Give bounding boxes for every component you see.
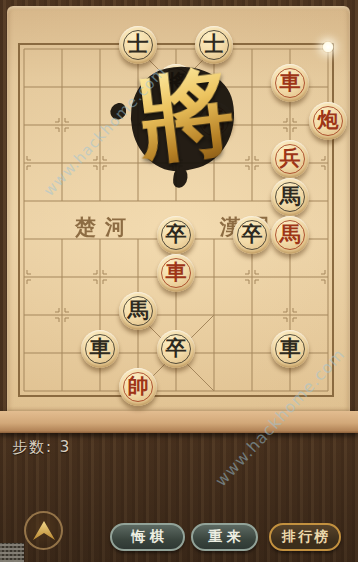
last-move-marker [322, 41, 334, 53]
piece-black-d3[interactable]: 馬 [119, 292, 157, 330]
piece-glyph: 卒 [242, 224, 263, 245]
check-announcement: 將 [127, 52, 245, 182]
piece-glyph: 車 [280, 338, 301, 359]
piece-glyph: 馬 [280, 186, 301, 207]
restart-button[interactable]: 重来 [191, 523, 258, 551]
step-counter-value: 3 [60, 438, 72, 456]
step-counter-label: 步数: [12, 438, 53, 456]
piece-glyph: 卒 [166, 224, 187, 245]
piece-black-e2[interactable]: 卒 [157, 330, 195, 368]
game-screen: 楚河 漢界 士士將車馬炮兵馬卒卒馬車馬車卒車帥 將 步数: 3 悔棋 重来 排行… [0, 0, 358, 562]
piece-red-d1[interactable]: 帥 [119, 368, 157, 406]
piece-glyph: 車 [90, 338, 111, 359]
piece-red-i8[interactable]: 炮 [309, 102, 347, 140]
piece-glyph: 馬 [280, 224, 301, 245]
piece-red-h5[interactable]: 馬 [271, 216, 309, 254]
piece-red-e4[interactable]: 車 [157, 254, 195, 292]
step-counter: 步数: 3 [12, 438, 71, 457]
piece-glyph: 車 [166, 262, 187, 283]
arrow-up-icon [31, 519, 57, 543]
piece-black-h2[interactable]: 車 [271, 330, 309, 368]
piece-glyph: 炮 [318, 110, 339, 131]
piece-glyph: 帥 [128, 376, 149, 397]
piece-glyph: 卒 [166, 338, 187, 359]
piece-black-h6[interactable]: 馬 [271, 178, 309, 216]
piece-black-g5[interactable]: 卒 [233, 216, 271, 254]
piece-glyph: 馬 [128, 300, 149, 321]
collapse-panel-button[interactable] [24, 511, 63, 550]
piece-black-c2[interactable]: 車 [81, 330, 119, 368]
piece-black-e5[interactable]: 卒 [157, 216, 195, 254]
river-label-chu: 楚河 [60, 213, 150, 241]
piece-glyph: 車 [280, 72, 301, 93]
undo-button[interactable]: 悔棋 [110, 523, 185, 551]
piece-glyph: 兵 [280, 148, 301, 169]
watermark-qr [0, 543, 24, 562]
piece-red-h9[interactable]: 車 [271, 64, 309, 102]
leaderboard-button[interactable]: 排行榜 [269, 523, 341, 551]
piece-red-h7[interactable]: 兵 [271, 140, 309, 178]
piece-glyph: 士 [128, 34, 149, 55]
